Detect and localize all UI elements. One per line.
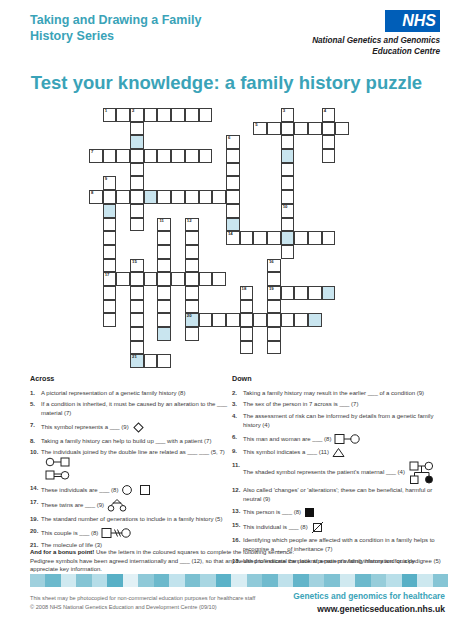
across-clue-item: 10.The individuals joined by the double …: [30, 448, 230, 481]
grid-cell[interactable]: 12: [185, 218, 199, 232]
grid-cell[interactable]: [103, 190, 117, 204]
grid-cell[interactable]: [185, 190, 199, 204]
circle-and-square-icon: [121, 484, 151, 496]
clue-text: A pictorial representation of a genetic …: [41, 389, 230, 398]
grid-cell[interactable]: [267, 272, 281, 286]
stripe-square: [355, 574, 370, 587]
grid-cell[interactable]: [267, 122, 281, 136]
across-clues: Across 1.A pictorial representation of a…: [30, 374, 230, 553]
grid-cell-shaded[interactable]: [157, 327, 171, 341]
grid-cell[interactable]: [157, 313, 171, 327]
grid-cell[interactable]: [185, 149, 199, 163]
grid-cell[interactable]: [116, 149, 130, 163]
footer-url[interactable]: www.geneticseducation.nhs.uk: [293, 603, 445, 615]
grid-cell[interactable]: [226, 176, 240, 190]
grid-cell[interactable]: [294, 286, 308, 300]
grid-gap: [144, 176, 158, 190]
grid-cell-shaded[interactable]: [308, 313, 322, 327]
org-line1: National Genetics and Genomics: [312, 35, 440, 46]
grid-cell[interactable]: [130, 341, 144, 355]
clue-list-number: 8.: [30, 437, 41, 446]
grid-gap: [226, 354, 240, 368]
grid-cell[interactable]: [294, 122, 308, 136]
clue-number: 21: [132, 355, 137, 359]
grid-gap: [171, 245, 185, 259]
grid-cell[interactable]: [199, 108, 213, 122]
grid-gap: [144, 300, 158, 314]
grid-gap: [308, 176, 322, 190]
grid-gap: [171, 286, 185, 300]
grid-cell[interactable]: [103, 259, 117, 273]
grid-cell[interactable]: [199, 149, 213, 163]
grid-cell[interactable]: [144, 272, 158, 286]
grid-gap: [240, 272, 254, 286]
grid-gap: [185, 204, 199, 218]
grid-gap: [199, 204, 213, 218]
grid-cell[interactable]: [253, 313, 267, 327]
grid-gap: [157, 135, 171, 149]
grid-gap: [335, 135, 349, 149]
grid-cell[interactable]: [267, 313, 281, 327]
clue-number: 7: [91, 150, 93, 154]
grid-gap: [144, 231, 158, 245]
grid-cell[interactable]: 4: [322, 108, 336, 122]
grid-cell[interactable]: 14: [226, 231, 240, 245]
grid-cell[interactable]: [130, 176, 144, 190]
grid-cell-shaded[interactable]: 20: [185, 313, 199, 327]
grid-cell[interactable]: [281, 135, 295, 149]
grid-gap: [267, 204, 281, 218]
grid-cell-shaded[interactable]: [130, 135, 144, 149]
grid-cell-shaded[interactable]: [322, 286, 336, 300]
clue-list-number: 13.: [232, 507, 243, 518]
grid-cell[interactable]: [103, 245, 117, 259]
footer-tagline: Genetics and genomics for healthcare: [293, 591, 445, 603]
grid-cell[interactable]: 2: [130, 108, 144, 122]
grid-cell[interactable]: [281, 218, 295, 232]
grid-cell[interactable]: [157, 149, 171, 163]
grid-gap: [116, 218, 130, 232]
grid-cell[interactable]: [281, 313, 295, 327]
grid-gap: [171, 341, 185, 355]
grid-gap: [267, 190, 281, 204]
grid-cell[interactable]: [103, 149, 117, 163]
down-header: Down: [232, 374, 450, 385]
grid-gap: [171, 313, 185, 327]
grid-cell[interactable]: [103, 286, 117, 300]
clue-list-number: 6.: [232, 433, 243, 445]
grid-cell[interactable]: [185, 327, 199, 341]
grid-gap: [281, 327, 295, 341]
grid-gap: [253, 190, 267, 204]
decorative-stripe: [30, 574, 448, 587]
grid-gap: [89, 176, 103, 190]
grid-cell[interactable]: [130, 122, 144, 136]
grid-cell[interactable]: [212, 313, 226, 327]
grid-gap: [267, 163, 281, 177]
grid-gap: [89, 218, 103, 232]
grid-cell[interactable]: [130, 300, 144, 314]
stripe-square: [324, 574, 339, 587]
grid-cell[interactable]: 19: [267, 286, 281, 300]
grid-cell[interactable]: 1: [103, 108, 117, 122]
grid-cell[interactable]: 9: [103, 176, 117, 190]
grid-cell[interactable]: [171, 272, 185, 286]
grid-cell[interactable]: [157, 354, 171, 368]
grid-gap: [308, 245, 322, 259]
grid-cell[interactable]: [308, 286, 322, 300]
grid-gap: [171, 327, 185, 341]
grid-gap: [253, 163, 267, 177]
grid-gap: [130, 231, 144, 245]
grid-cell[interactable]: [130, 218, 144, 232]
footer-left: This sheet may be photocopied for non-co…: [30, 594, 255, 612]
grid-cell[interactable]: 16: [267, 259, 281, 273]
grid-cell[interactable]: 5: [253, 122, 267, 136]
grid-cell[interactable]: [185, 108, 199, 122]
grid-cell[interactable]: 17: [103, 272, 117, 286]
grid-cell[interactable]: [103, 218, 117, 232]
bonus-intro-bold: And for a bonus point!: [30, 549, 94, 555]
grid-cell[interactable]: [240, 327, 254, 341]
stripe-square: [138, 574, 153, 587]
bonus-sentence: Pedigree symbols have been agreed intern…: [30, 557, 430, 574]
grid-cell[interactable]: [281, 163, 295, 177]
grid-cell[interactable]: [240, 341, 254, 355]
grid-gap: [267, 176, 281, 190]
grid-cell[interactable]: [157, 300, 171, 314]
grid-cell-shaded[interactable]: [226, 218, 240, 232]
grid-gap: [116, 300, 130, 314]
clue-number: 14: [228, 232, 233, 236]
grid-cell[interactable]: [185, 245, 199, 259]
grid-gap: [281, 341, 295, 355]
grid-gap: [171, 231, 185, 245]
filled-square-icon: [304, 507, 315, 518]
grid-gap: [116, 327, 130, 341]
grid-cell[interactable]: 11: [157, 218, 171, 232]
grid-gap: [322, 300, 336, 314]
stripe-square: [123, 574, 138, 587]
grid-cell[interactable]: [130, 149, 144, 163]
stripe-square: [30, 574, 45, 587]
grid-cell[interactable]: [335, 122, 349, 136]
grid-cell[interactable]: 8: [89, 190, 103, 204]
grid-cell[interactable]: [130, 313, 144, 327]
grid-gap: [335, 354, 349, 368]
grid-gap: [199, 176, 213, 190]
grid-cell[interactable]: [226, 313, 240, 327]
grid-cell[interactable]: [103, 300, 117, 314]
grid-cell[interactable]: [130, 204, 144, 218]
grid-gap: [226, 259, 240, 273]
grid-cell[interactable]: [253, 231, 267, 245]
grid-gap: [253, 176, 267, 190]
clue-number: 12: [187, 219, 192, 223]
grid-cell[interactable]: [116, 190, 130, 204]
grid-gap: [322, 204, 336, 218]
grid-gap: [335, 300, 349, 314]
stripe-square: [309, 574, 324, 587]
grid-gap: [253, 149, 267, 163]
grid-gap: [212, 327, 226, 341]
grid-gap: [308, 108, 322, 122]
across-clue-item: 14.These individuals are ___ (8): [30, 484, 230, 496]
clue-list-number: 20.: [30, 527, 41, 539]
grid-gap: [253, 327, 267, 341]
grid-gap: [103, 341, 117, 355]
grid-gap: [267, 108, 281, 122]
grid-cell[interactable]: 7: [89, 149, 103, 163]
grid-gap: [294, 245, 308, 259]
grid-cell[interactable]: [103, 313, 117, 327]
grid-gap: [335, 245, 349, 259]
grid-cell[interactable]: [267, 231, 281, 245]
grid-cell[interactable]: [199, 190, 213, 204]
grid-cell[interactable]: [294, 313, 308, 327]
grid-gap: [267, 149, 281, 163]
grid-cell[interactable]: [157, 245, 171, 259]
grid-cell[interactable]: [226, 190, 240, 204]
bonus-intro-rest: Use the letters in the coloured squares …: [94, 549, 294, 555]
grid-cell[interactable]: 6: [226, 135, 240, 149]
grid-cell-shaded[interactable]: [281, 231, 295, 245]
grid-gap: [294, 190, 308, 204]
grid-cell[interactable]: 15: [130, 259, 144, 273]
grid-cell[interactable]: [130, 190, 144, 204]
grid-cell[interactable]: [185, 286, 199, 300]
grid-cell[interactable]: [199, 272, 213, 286]
grid-cell[interactable]: [157, 259, 171, 273]
grid-gap: [226, 327, 240, 341]
grid-gap: [240, 135, 254, 149]
grid-gap: [116, 135, 130, 149]
grid-cell[interactable]: [199, 313, 213, 327]
grid-cell[interactable]: [308, 231, 322, 245]
grid-gap: [116, 176, 130, 190]
grid-gap: [308, 300, 322, 314]
grid-cell[interactable]: [144, 149, 158, 163]
clue-number: 2: [132, 109, 134, 113]
grid-cell[interactable]: [267, 327, 281, 341]
grid-gap: [89, 204, 103, 218]
grid-gap: [240, 176, 254, 190]
stripe-square: [185, 574, 200, 587]
grid-cell[interactable]: [322, 231, 336, 245]
grid-cell-shaded[interactable]: 21: [130, 354, 144, 368]
grid-gap: [199, 122, 213, 136]
grid-cell[interactable]: [157, 231, 171, 245]
grid-gap: [240, 218, 254, 232]
clue-text: Taking a family history may result in th…: [243, 389, 450, 398]
grid-gap: [322, 327, 336, 341]
stripe-square: [340, 574, 355, 587]
stripe-square: [76, 574, 91, 587]
grid-cell[interactable]: 3: [281, 108, 295, 122]
grid-cell[interactable]: [157, 286, 171, 300]
grid-gap: [89, 231, 103, 245]
grid-cell[interactable]: [226, 204, 240, 218]
twins-icon: [107, 498, 127, 512]
grid-gap: [103, 354, 117, 368]
grid-gap: [89, 341, 103, 355]
grid-cell[interactable]: [103, 231, 117, 245]
grid-gap: [308, 149, 322, 163]
grid-gap: [144, 286, 158, 300]
grid-gap: [103, 327, 117, 341]
grid-cell[interactable]: [171, 190, 185, 204]
grid-cell[interactable]: [281, 190, 295, 204]
clue-text: If a condition is inherited, it must be …: [41, 400, 230, 418]
grid-cell[interactable]: [116, 108, 130, 122]
grid-cell[interactable]: [226, 163, 240, 177]
clue-list-number: 12.: [232, 486, 243, 504]
grid-gap: [171, 135, 185, 149]
grid-cell[interactable]: [130, 163, 144, 177]
across-header: Across: [30, 374, 230, 385]
grid-cell[interactable]: [322, 122, 336, 136]
grid-cell-shaded[interactable]: [144, 190, 158, 204]
stripe-square: [402, 574, 417, 587]
grid-gap: [294, 204, 308, 218]
grid-cell[interactable]: [157, 190, 171, 204]
grid-cell[interactable]: [294, 231, 308, 245]
grid-cell[interactable]: [171, 108, 185, 122]
clue-number: 18: [242, 287, 247, 291]
grid-gap: [322, 190, 336, 204]
grid-cell-shaded[interactable]: [103, 204, 117, 218]
grid-gap: [171, 122, 185, 136]
grid-gap: [322, 163, 336, 177]
clue-text: The standard number of generations to in…: [41, 515, 230, 524]
clue-list-number: 17.: [30, 498, 41, 512]
clue-number: 17: [105, 273, 110, 277]
grid-gap: [294, 341, 308, 355]
grid-gap: [89, 327, 103, 341]
grid-gap: [267, 135, 281, 149]
grid-gap: [294, 354, 308, 368]
grid-cell[interactable]: [267, 300, 281, 314]
grid-cell[interactable]: [240, 313, 254, 327]
grid-gap: [171, 163, 185, 177]
grid-cell[interactable]: [281, 286, 295, 300]
grid-cell[interactable]: [185, 300, 199, 314]
grid-gap: [335, 313, 349, 327]
across-clue-item: 1.A pictorial representation of a geneti…: [30, 389, 230, 398]
grid-gap: [226, 108, 240, 122]
grid-gap: [322, 341, 336, 355]
grid-cell[interactable]: [267, 341, 281, 355]
grid-cell-shaded[interactable]: [281, 149, 295, 163]
grid-cell[interactable]: [157, 108, 171, 122]
grid-gap: [267, 245, 281, 259]
grid-cell[interactable]: [130, 286, 144, 300]
grid-gap: [281, 354, 295, 368]
grid-gap: [199, 245, 213, 259]
grid-cell[interactable]: [130, 327, 144, 341]
stripe-square: [61, 574, 76, 587]
grid-cell[interactable]: [171, 149, 185, 163]
grid-gap: [240, 354, 254, 368]
grid-cell[interactable]: [281, 245, 295, 259]
grid-cell[interactable]: [185, 259, 199, 273]
grid-gap: [144, 327, 158, 341]
grid-gap: [212, 231, 226, 245]
down-clues: Down 2.Taking a family history may resul…: [232, 374, 450, 568]
grid-gap: [89, 259, 103, 273]
grid-gap: [322, 218, 336, 232]
grid-gap: [294, 218, 308, 232]
grid-cell[interactable]: [116, 272, 130, 286]
down-list: 2.Taking a family history may result in …: [232, 389, 450, 566]
grid-gap: [253, 341, 267, 355]
grid-cell[interactable]: [130, 272, 144, 286]
grid-gap: [308, 218, 322, 232]
grid-gap: [144, 245, 158, 259]
clue-list-number: 4.: [232, 412, 243, 430]
grid-gap: [212, 176, 226, 190]
series-title: Taking and Drawing a Family History Seri…: [30, 12, 201, 45]
org-name: National Genetics and Genomics Education…: [312, 35, 440, 57]
grid-gap: [212, 259, 226, 273]
grid-gap: [253, 135, 267, 149]
grid-gap: [322, 176, 336, 190]
grid-cell[interactable]: [281, 176, 295, 190]
clue-text: Taking a family history can help to buil…: [41, 437, 230, 446]
grid-cell[interactable]: [322, 135, 336, 149]
grid-gap: [157, 163, 171, 177]
stripe-square: [417, 574, 432, 587]
grid-gap: [199, 327, 213, 341]
grid-gap: [144, 259, 158, 273]
grid-gap: [294, 108, 308, 122]
grid-cell[interactable]: [212, 190, 226, 204]
clue-number: 19: [269, 287, 274, 291]
grid-gap: [130, 245, 144, 259]
grid-gap: [335, 218, 349, 232]
grid-cell[interactable]: [240, 300, 254, 314]
footer-copy-line2: © 2008 NHS National Genetics Education a…: [30, 603, 255, 612]
grid-cell[interactable]: [185, 272, 199, 286]
grid-gap: [308, 190, 322, 204]
grid-cell[interactable]: 10: [281, 204, 295, 218]
grid-cell[interactable]: [226, 149, 240, 163]
grid-gap: [240, 245, 254, 259]
grid-gap: [308, 272, 322, 286]
grid-gap: [199, 341, 213, 355]
grid-cell[interactable]: [240, 231, 254, 245]
grid-cell[interactable]: 18: [240, 286, 254, 300]
grid-gap: [335, 149, 349, 163]
grid-cell[interactable]: [212, 272, 226, 286]
grid-cell[interactable]: [185, 231, 199, 245]
grid-cell[interactable]: [144, 354, 158, 368]
grid-gap: [322, 354, 336, 368]
grid-cell[interactable]: [322, 149, 336, 163]
grid-gap: [199, 135, 213, 149]
grid-gap: [199, 300, 213, 314]
grid-gap: [199, 231, 213, 245]
series-title-line2: History Series: [30, 28, 201, 44]
clue-number: 15: [132, 260, 137, 264]
grid-cell[interactable]: [144, 108, 158, 122]
grid-gap: [116, 231, 130, 245]
grid-cell[interactable]: [157, 272, 171, 286]
grid-cell[interactable]: [281, 122, 295, 136]
grid-gap: [157, 204, 171, 218]
grid-cell[interactable]: [308, 122, 322, 136]
clue-list-number: 9.: [232, 447, 243, 458]
